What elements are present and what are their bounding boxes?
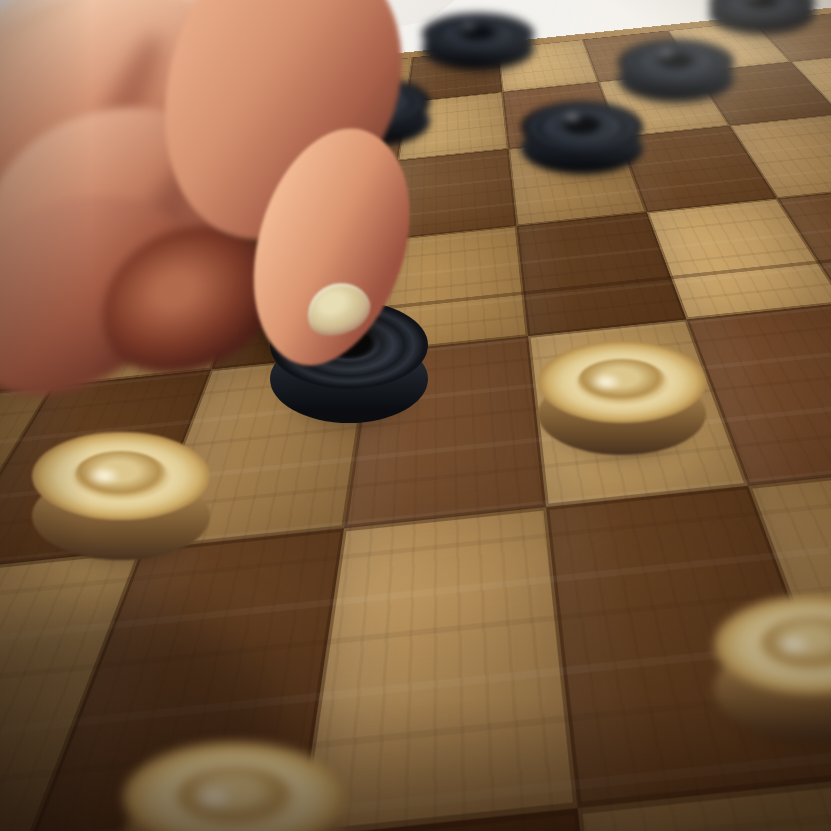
checkers-photo-scene [0, 0, 831, 831]
player-hand [0, 0, 831, 831]
